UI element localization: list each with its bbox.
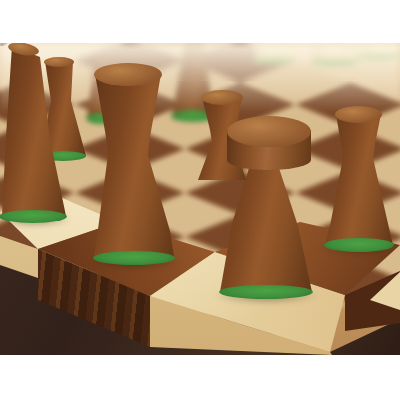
felt-base <box>93 251 175 265</box>
piece-top <box>335 106 382 123</box>
piece-body <box>92 63 178 268</box>
chess-set-product-photo <box>0 0 400 400</box>
felt-base <box>219 285 313 299</box>
piece-top <box>227 116 311 147</box>
piece-top <box>201 90 243 105</box>
piece-body <box>0 44 70 229</box>
piece-top <box>94 63 162 86</box>
felt-base <box>324 238 394 252</box>
bishop-piece-white <box>0 44 70 229</box>
piece-body <box>322 106 396 258</box>
photo-band <box>0 43 400 355</box>
felt-base <box>0 210 67 223</box>
queen-piece-white <box>92 63 178 268</box>
pawn-piece-white <box>322 106 396 258</box>
rook-piece-white <box>218 116 314 308</box>
